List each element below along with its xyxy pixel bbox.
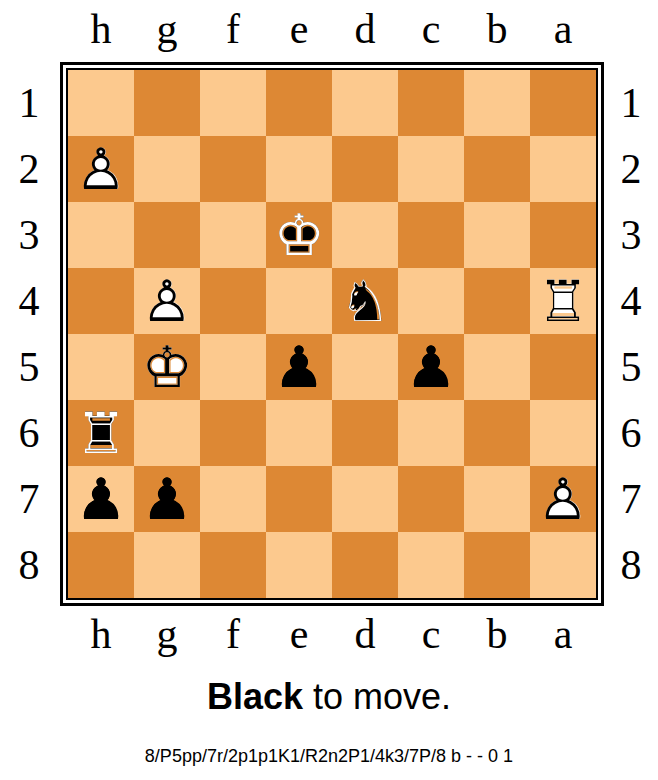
rank-label-right-4: 4 [621,277,642,325]
square-a4[interactable]: ♜♖ [530,268,596,334]
square-d6[interactable] [332,400,398,466]
black-rook-outline-icon: ♖ [68,400,134,466]
square-c2[interactable] [398,136,464,202]
square-b1[interactable] [464,70,530,136]
file-label-top-e: e [290,5,309,53]
piece-black-pawn-e5[interactable]: ♟♙ [266,334,332,400]
square-h6[interactable]: ♜♖ [68,400,134,466]
rank-label-left-1: 1 [19,79,40,127]
square-b2[interactable] [464,136,530,202]
rank-label-left-5: 5 [19,343,40,391]
chess-diagram-page: hgfedcba 12345678 12345678 ♟♙♚♔♟♙♞♘♜♖♚♔♟… [0,0,658,780]
rank-labels-left: 12345678 [0,70,58,598]
black-king-outline-icon: ♔ [266,202,332,268]
square-d7[interactable] [332,466,398,532]
rank-label-right-7: 7 [621,475,642,523]
square-e3[interactable]: ♚♔ [266,202,332,268]
square-g3[interactable] [134,202,200,268]
square-b8[interactable] [464,532,530,598]
square-g4[interactable]: ♟♙ [134,268,200,334]
chess-board-frame: ♟♙♚♔♟♙♞♘♜♖♚♔♟♙♟♙♜♖♟♙♟♙♟♙ [60,62,604,606]
square-e6[interactable] [266,400,332,466]
piece-black-rook-h6[interactable]: ♜♖ [68,400,134,466]
square-f4[interactable] [200,268,266,334]
square-a3[interactable] [530,202,596,268]
square-h8[interactable] [68,532,134,598]
rank-label-left-4: 4 [19,277,40,325]
square-e1[interactable] [266,70,332,136]
file-label-top-a: a [554,5,573,53]
white-pawn-outline-icon: ♙ [134,268,200,334]
rank-label-left-3: 3 [19,211,40,259]
piece-white-rook-a4[interactable]: ♜♖ [530,268,596,334]
square-a1[interactable] [530,70,596,136]
black-pawn-outline-icon: ♙ [398,334,464,400]
rank-label-right-1: 1 [621,79,642,127]
side-to-move-label: Black [207,676,303,717]
rank-label-left-7: 7 [19,475,40,523]
file-label-top-c: c [422,5,441,53]
square-f3[interactable] [200,202,266,268]
rank-label-right-2: 2 [621,145,642,193]
square-b4[interactable] [464,268,530,334]
square-f8[interactable] [200,532,266,598]
black-pawn-outline-icon: ♙ [134,466,200,532]
rank-label-right-6: 6 [621,409,642,457]
chess-board[interactable]: ♟♙♚♔♟♙♞♘♜♖♚♔♟♙♟♙♜♖♟♙♟♙♟♙ [66,68,598,600]
square-c7[interactable] [398,466,464,532]
rank-label-left-8: 8 [19,541,40,589]
square-f6[interactable] [200,400,266,466]
square-f1[interactable] [200,70,266,136]
square-d8[interactable] [332,532,398,598]
square-b6[interactable] [464,400,530,466]
white-pawn-outline-icon: ♙ [530,466,596,532]
piece-black-knight-d4[interactable]: ♞♘ [332,268,398,334]
file-labels-top: hgfedcba [68,0,596,58]
move-caption: Black to move. [0,676,658,718]
piece-white-pawn-h2[interactable]: ♟♙ [68,136,134,202]
square-c3[interactable] [398,202,464,268]
piece-black-pawn-c5[interactable]: ♟♙ [398,334,464,400]
file-label-bottom-e: e [290,610,309,658]
file-labels-bottom: hgfedcba [68,607,596,661]
square-g7[interactable]: ♟♙ [134,466,200,532]
file-label-top-h: h [91,5,112,53]
square-d1[interactable] [332,70,398,136]
square-h2[interactable]: ♟♙ [68,136,134,202]
square-e5[interactable]: ♟♙ [266,334,332,400]
square-b3[interactable] [464,202,530,268]
square-g2[interactable] [134,136,200,202]
piece-black-king-e3[interactable]: ♚♔ [266,202,332,268]
square-e8[interactable] [266,532,332,598]
square-c6[interactable] [398,400,464,466]
file-label-top-f: f [226,5,240,53]
rank-label-left-6: 6 [19,409,40,457]
square-a2[interactable] [530,136,596,202]
file-label-bottom-g: g [157,610,178,658]
square-g6[interactable] [134,400,200,466]
square-a8[interactable] [530,532,596,598]
file-label-bottom-a: a [554,610,573,658]
file-label-top-g: g [157,5,178,53]
rank-label-left-2: 2 [19,145,40,193]
piece-black-pawn-g7[interactable]: ♟♙ [134,466,200,532]
piece-white-pawn-g4[interactable]: ♟♙ [134,268,200,334]
square-a7[interactable]: ♟♙ [530,466,596,532]
rank-label-right-3: 3 [621,211,642,259]
square-f2[interactable] [200,136,266,202]
square-f5[interactable] [200,334,266,400]
fen-string: 8/P5pp/7r/2p1p1K1/R2n2P1/4k3/7P/8 b - - … [0,746,658,767]
file-label-bottom-b: b [487,610,508,658]
square-e7[interactable] [266,466,332,532]
square-b5[interactable] [464,334,530,400]
file-label-top-b: b [487,5,508,53]
square-c5[interactable]: ♟♙ [398,334,464,400]
square-c4[interactable] [398,268,464,334]
square-h7[interactable]: ♟♙ [68,466,134,532]
rank-label-right-5: 5 [621,343,642,391]
black-pawn-outline-icon: ♙ [68,466,134,532]
file-label-bottom-c: c [422,610,441,658]
white-rook-outline-icon: ♖ [530,268,596,334]
square-b7[interactable] [464,466,530,532]
rank-labels-right: 12345678 [604,70,658,598]
black-pawn-outline-icon: ♙ [266,334,332,400]
square-a5[interactable] [530,334,596,400]
square-h3[interactable] [68,202,134,268]
square-g1[interactable] [134,70,200,136]
square-h1[interactable] [68,70,134,136]
file-label-bottom-f: f [226,610,240,658]
square-d4[interactable]: ♞♘ [332,268,398,334]
square-g5[interactable]: ♚♔ [134,334,200,400]
caption-rest-label: to move. [303,676,451,717]
black-knight-outline-icon: ♘ [332,268,398,334]
square-f7[interactable] [200,466,266,532]
square-e2[interactable] [266,136,332,202]
square-e4[interactable] [266,268,332,334]
file-label-bottom-h: h [91,610,112,658]
rank-label-right-8: 8 [621,541,642,589]
piece-white-king-g5[interactable]: ♚♔ [134,334,200,400]
square-h4[interactable] [68,268,134,334]
square-a6[interactable] [530,400,596,466]
square-g8[interactable] [134,532,200,598]
piece-black-pawn-h7[interactable]: ♟♙ [68,466,134,532]
square-c1[interactable] [398,70,464,136]
file-label-top-d: d [355,5,376,53]
file-label-bottom-d: d [355,610,376,658]
piece-white-pawn-a7[interactable]: ♟♙ [530,466,596,532]
square-d2[interactable] [332,136,398,202]
square-d3[interactable] [332,202,398,268]
white-pawn-outline-icon: ♙ [68,136,134,202]
white-king-outline-icon: ♔ [134,334,200,400]
square-d5[interactable] [332,334,398,400]
square-c8[interactable] [398,532,464,598]
square-h5[interactable] [68,334,134,400]
